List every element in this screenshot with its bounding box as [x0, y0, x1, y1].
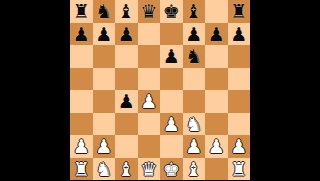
- square-g1[interactable]: [205, 158, 228, 181]
- square-f6[interactable]: ♞: [183, 45, 206, 68]
- square-h5[interactable]: [228, 68, 251, 91]
- square-c1[interactable]: ♝: [115, 158, 138, 181]
- piece-white-pawn: ♟: [73, 135, 90, 158]
- square-d8[interactable]: ♛: [138, 0, 161, 23]
- letterbox-stage: ♜♞♝♛♚♝♜♟♟♟♟♟♟♟♞♟♟♟♞♟♟♟♟♟♜♞♝♛♚♝♜: [0, 0, 320, 180]
- square-e1[interactable]: ♚: [160, 158, 183, 181]
- piece-black-pawn: ♟: [185, 22, 202, 45]
- square-c8[interactable]: ♝: [115, 0, 138, 23]
- square-h6[interactable]: [228, 45, 251, 68]
- piece-white-pawn: ♟: [163, 112, 180, 135]
- piece-white-knight: ♞: [185, 112, 202, 135]
- square-c5[interactable]: [115, 68, 138, 91]
- square-g7[interactable]: ♟: [205, 23, 228, 46]
- square-c3[interactable]: [115, 113, 138, 136]
- piece-black-pawn: ♟: [230, 22, 247, 45]
- square-h3[interactable]: [228, 113, 251, 136]
- piece-black-knight: ♞: [95, 0, 112, 22]
- piece-white-pawn: ♟: [230, 135, 247, 158]
- square-e3[interactable]: ♟: [160, 113, 183, 136]
- piece-black-pawn: ♟: [95, 22, 112, 45]
- piece-black-king: ♚: [163, 0, 180, 22]
- square-b2[interactable]: ♟: [93, 135, 116, 158]
- piece-white-pawn: ♟: [95, 135, 112, 158]
- square-h1[interactable]: ♜: [228, 158, 251, 181]
- piece-white-bishop: ♝: [118, 157, 135, 180]
- square-b8[interactable]: ♞: [93, 0, 116, 23]
- piece-white-queen: ♛: [140, 157, 157, 180]
- piece-white-pawn: ♟: [140, 90, 157, 113]
- square-e6[interactable]: ♟: [160, 45, 183, 68]
- square-f5[interactable]: [183, 68, 206, 91]
- square-d5[interactable]: [138, 68, 161, 91]
- square-e2[interactable]: [160, 135, 183, 158]
- square-a6[interactable]: [70, 45, 93, 68]
- square-b6[interactable]: [93, 45, 116, 68]
- square-h8[interactable]: ♜: [228, 0, 251, 23]
- square-a7[interactable]: ♟: [70, 23, 93, 46]
- piece-black-bishop: ♝: [118, 0, 135, 22]
- piece-black-queen: ♛: [140, 0, 157, 22]
- piece-black-bishop: ♝: [185, 0, 202, 22]
- square-a3[interactable]: [70, 113, 93, 136]
- square-g4[interactable]: [205, 90, 228, 113]
- square-h7[interactable]: ♟: [228, 23, 251, 46]
- square-a8[interactable]: ♜: [70, 0, 93, 23]
- piece-black-knight: ♞: [185, 45, 202, 68]
- square-a2[interactable]: ♟: [70, 135, 93, 158]
- square-g5[interactable]: [205, 68, 228, 91]
- chess-board: ♜♞♝♛♚♝♜♟♟♟♟♟♟♟♞♟♟♟♞♟♟♟♟♟♜♞♝♛♚♝♜: [70, 0, 250, 180]
- square-d7[interactable]: [138, 23, 161, 46]
- square-d1[interactable]: ♛: [138, 158, 161, 181]
- square-d6[interactable]: [138, 45, 161, 68]
- piece-black-pawn: ♟: [163, 45, 180, 68]
- piece-black-pawn: ♟: [118, 90, 135, 113]
- square-f1[interactable]: ♝: [183, 158, 206, 181]
- square-a4[interactable]: [70, 90, 93, 113]
- piece-black-pawn: ♟: [118, 22, 135, 45]
- square-h2[interactable]: ♟: [228, 135, 251, 158]
- square-f7[interactable]: ♟: [183, 23, 206, 46]
- piece-black-pawn: ♟: [208, 22, 225, 45]
- square-d4[interactable]: ♟: [138, 90, 161, 113]
- piece-white-bishop: ♝: [185, 157, 202, 180]
- square-g2[interactable]: ♟: [205, 135, 228, 158]
- square-d3[interactable]: [138, 113, 161, 136]
- square-c2[interactable]: [115, 135, 138, 158]
- square-a1[interactable]: ♜: [70, 158, 93, 181]
- square-g6[interactable]: [205, 45, 228, 68]
- piece-black-rook: ♜: [73, 0, 90, 22]
- square-b7[interactable]: ♟: [93, 23, 116, 46]
- square-b3[interactable]: [93, 113, 116, 136]
- square-a5[interactable]: [70, 68, 93, 91]
- square-h4[interactable]: [228, 90, 251, 113]
- square-g8[interactable]: [205, 0, 228, 23]
- square-c7[interactable]: ♟: [115, 23, 138, 46]
- square-b5[interactable]: [93, 68, 116, 91]
- piece-black-pawn: ♟: [73, 22, 90, 45]
- piece-white-pawn: ♟: [185, 135, 202, 158]
- square-f3[interactable]: ♞: [183, 113, 206, 136]
- square-f4[interactable]: [183, 90, 206, 113]
- piece-black-rook: ♜: [230, 0, 247, 22]
- square-e4[interactable]: [160, 90, 183, 113]
- piece-white-rook: ♜: [230, 157, 247, 180]
- square-c4[interactable]: ♟: [115, 90, 138, 113]
- piece-white-rook: ♜: [73, 157, 90, 180]
- piece-white-king: ♚: [163, 157, 180, 180]
- square-e5[interactable]: [160, 68, 183, 91]
- square-c6[interactable]: [115, 45, 138, 68]
- square-f8[interactable]: ♝: [183, 0, 206, 23]
- square-e8[interactable]: ♚: [160, 0, 183, 23]
- square-e7[interactable]: [160, 23, 183, 46]
- piece-white-pawn: ♟: [208, 135, 225, 158]
- square-d2[interactable]: [138, 135, 161, 158]
- piece-white-knight: ♞: [95, 157, 112, 180]
- square-b1[interactable]: ♞: [93, 158, 116, 181]
- square-f2[interactable]: ♟: [183, 135, 206, 158]
- square-b4[interactable]: [93, 90, 116, 113]
- square-g3[interactable]: [205, 113, 228, 136]
